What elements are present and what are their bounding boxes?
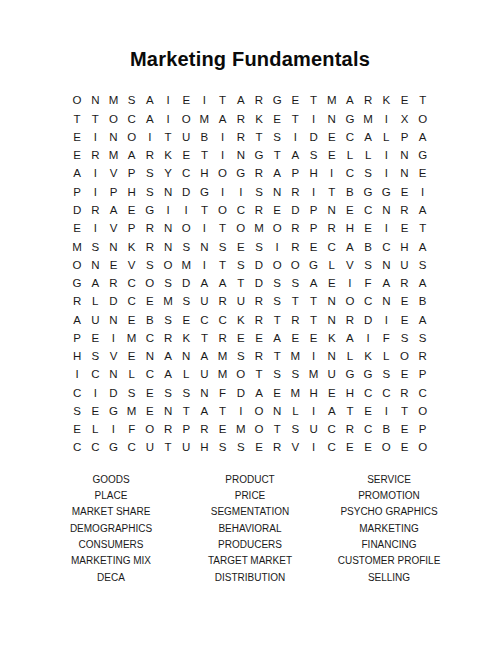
grid-cell-r9c5: R bbox=[141, 238, 159, 256]
grid-cell-r9c14: E bbox=[304, 238, 322, 256]
grid-cell-r4c12: T bbox=[268, 147, 286, 165]
grid-cell-r13c14: T bbox=[304, 311, 322, 329]
grid-cell-r2c8: M bbox=[195, 110, 213, 128]
grid-cell-r20c17: E bbox=[359, 439, 377, 457]
grid-cell-r20c18: O bbox=[377, 439, 395, 457]
grid-cell-r15c10: S bbox=[232, 348, 250, 366]
grid-cell-r1c11: R bbox=[250, 92, 268, 110]
grid-cell-r10c6: O bbox=[159, 256, 177, 274]
grid-cell-r8c15: R bbox=[323, 220, 341, 238]
grid-cell-r8c5: R bbox=[141, 220, 159, 238]
grid-cell-r6c19: E bbox=[395, 183, 413, 201]
grid-cell-r12c7: S bbox=[177, 293, 195, 311]
grid-cell-r1c2: N bbox=[86, 92, 104, 110]
grid-cell-r6c7: D bbox=[177, 183, 195, 201]
grid-cell-r3c8: B bbox=[195, 129, 213, 147]
grid-cell-r3c13: I bbox=[286, 129, 304, 147]
grid-cell-r10c5: S bbox=[141, 256, 159, 274]
grid-cell-r11c1: G bbox=[68, 275, 86, 293]
grid-cell-r9c8: N bbox=[195, 238, 213, 256]
grid-cell-r4c7: E bbox=[177, 147, 195, 165]
grid-cell-r2c2: T bbox=[86, 110, 104, 128]
grid-cell-r7c8: T bbox=[195, 202, 213, 220]
grid-cell-r4c4: A bbox=[123, 147, 141, 165]
grid-cell-r11c12: S bbox=[268, 275, 286, 293]
grid-cell-r12c13: T bbox=[286, 293, 304, 311]
grid-cell-r17c13: M bbox=[286, 384, 304, 402]
grid-cell-r18c13: L bbox=[286, 403, 304, 421]
grid-cell-r19c12: T bbox=[268, 421, 286, 439]
grid-cell-r6c6: N bbox=[159, 183, 177, 201]
grid-cell-r14c17: I bbox=[359, 329, 377, 347]
grid-cell-r12c16: O bbox=[341, 293, 359, 311]
word-item: DECA bbox=[42, 570, 181, 586]
grid-cell-r5c11: R bbox=[250, 165, 268, 183]
grid-cell-r15c6: A bbox=[159, 348, 177, 366]
grid-cell-r17c17: C bbox=[359, 384, 377, 402]
grid-cell-r17c5: E bbox=[141, 384, 159, 402]
grid-cell-r5c2: I bbox=[86, 165, 104, 183]
grid-cell-r4c11: G bbox=[250, 147, 268, 165]
grid-cell-r1c14: T bbox=[304, 92, 322, 110]
grid-cell-r2c13: T bbox=[286, 110, 304, 128]
grid-cell-r6c3: P bbox=[104, 183, 122, 201]
grid-cell-r6c5: S bbox=[141, 183, 159, 201]
grid-cell-r3c4: O bbox=[123, 129, 141, 147]
grid-cell-r4c8: T bbox=[195, 147, 213, 165]
grid-cell-r11c18: A bbox=[377, 275, 395, 293]
grid-cell-r12c4: C bbox=[123, 293, 141, 311]
grid-cell-r5c9: O bbox=[214, 165, 232, 183]
grid-cell-r20c4: C bbox=[123, 439, 141, 457]
grid-cell-r11c11: D bbox=[250, 275, 268, 293]
word-list: GOODSPLACEMARKET SHAREDEMOGRAPHICSCONSUM… bbox=[0, 471, 500, 586]
word-item: MARKET SHARE bbox=[42, 504, 181, 520]
grid-cell-r20c10: S bbox=[232, 439, 250, 457]
grid-cell-r7c12: E bbox=[268, 202, 286, 220]
grid-cell-r1c15: M bbox=[323, 92, 341, 110]
grid-cell-r3c19: P bbox=[395, 129, 413, 147]
grid-cell-r8c9: T bbox=[214, 220, 232, 238]
grid-cell-r6c12: N bbox=[268, 183, 286, 201]
grid-cell-r8c8: I bbox=[195, 220, 213, 238]
grid-cell-r6c8: G bbox=[195, 183, 213, 201]
grid-cell-r11c7: D bbox=[177, 275, 195, 293]
grid-cell-r3c15: E bbox=[323, 129, 341, 147]
grid-cell-r4c6: K bbox=[159, 147, 177, 165]
grid-cell-r15c15: N bbox=[323, 348, 341, 366]
grid-cell-r3c17: A bbox=[359, 129, 377, 147]
grid-cell-r7c6: I bbox=[159, 202, 177, 220]
grid-cell-r20c20: O bbox=[414, 439, 432, 457]
grid-cell-r2c12: E bbox=[268, 110, 286, 128]
grid-cell-r14c2: E bbox=[86, 329, 104, 347]
grid-cell-r8c6: N bbox=[159, 220, 177, 238]
grid-cell-r19c6: R bbox=[159, 421, 177, 439]
grid-cell-r16c13: S bbox=[286, 366, 304, 384]
grid-cell-r1c18: K bbox=[377, 92, 395, 110]
grid-cell-r15c7: N bbox=[177, 348, 195, 366]
grid-cell-r15c14: I bbox=[304, 348, 322, 366]
grid-cell-r7c20: A bbox=[414, 202, 432, 220]
grid-cell-r7c3: A bbox=[104, 202, 122, 220]
grid-cell-r17c4: S bbox=[123, 384, 141, 402]
grid-cell-r11c14: A bbox=[304, 275, 322, 293]
grid-cell-r1c17: R bbox=[359, 92, 377, 110]
grid-cell-r14c4: M bbox=[123, 329, 141, 347]
grid-cell-r2c11: K bbox=[250, 110, 268, 128]
grid-cell-r11c9: A bbox=[214, 275, 232, 293]
grid-cell-r9c13: R bbox=[286, 238, 304, 256]
grid-cell-r18c20: O bbox=[414, 403, 432, 421]
grid-cell-r14c14: E bbox=[304, 329, 322, 347]
grid-cell-r17c19: R bbox=[395, 384, 413, 402]
grid-cell-r13c7: E bbox=[177, 311, 195, 329]
grid-cell-r12c2: L bbox=[86, 293, 104, 311]
grid-cell-r5c3: V bbox=[104, 165, 122, 183]
grid-cell-r9c12: I bbox=[268, 238, 286, 256]
grid-cell-r12c15: N bbox=[323, 293, 341, 311]
grid-cell-r15c17: K bbox=[359, 348, 377, 366]
grid-cell-r9c9: S bbox=[214, 238, 232, 256]
grid-cell-r5c1: A bbox=[68, 165, 86, 183]
grid-cell-r2c9: A bbox=[214, 110, 232, 128]
grid-cell-r5c14: H bbox=[304, 165, 322, 183]
grid-cell-r16c7: L bbox=[177, 366, 195, 384]
grid-cell-r7c14: P bbox=[304, 202, 322, 220]
grid-cell-r3c12: S bbox=[268, 129, 286, 147]
grid-cell-r9c15: C bbox=[323, 238, 341, 256]
grid-cell-r2c20: O bbox=[414, 110, 432, 128]
grid-cell-r16c3: N bbox=[104, 366, 122, 384]
grid-cell-r4c10: N bbox=[232, 147, 250, 165]
grid-cell-r12c14: T bbox=[304, 293, 322, 311]
grid-cell-r19c15: C bbox=[323, 421, 341, 439]
word-item: BEHAVIORAL bbox=[181, 520, 320, 536]
grid-cell-r7c1: D bbox=[68, 202, 86, 220]
grid-cell-r5c16: C bbox=[341, 165, 359, 183]
grid-cell-r9c7: S bbox=[177, 238, 195, 256]
grid-cell-r5c10: G bbox=[232, 165, 250, 183]
grid-cell-r6c14: I bbox=[304, 183, 322, 201]
grid-cell-r19c10: M bbox=[232, 421, 250, 439]
grid-cell-r18c19: T bbox=[395, 403, 413, 421]
grid-cell-r5c15: I bbox=[323, 165, 341, 183]
grid-cell-r6c11: S bbox=[250, 183, 268, 201]
grid-cell-r6c1: P bbox=[68, 183, 86, 201]
grid-cell-r2c18: I bbox=[377, 110, 395, 128]
grid-cell-r3c10: R bbox=[232, 129, 250, 147]
grid-cell-r16c20: P bbox=[414, 366, 432, 384]
word-item: PROMOTION bbox=[320, 488, 459, 504]
grid-cell-r6c16: B bbox=[341, 183, 359, 201]
grid-cell-r19c5: O bbox=[141, 421, 159, 439]
grid-cell-r9c1: M bbox=[68, 238, 86, 256]
grid-cell-r3c11: T bbox=[250, 129, 268, 147]
grid-cell-r10c7: M bbox=[177, 256, 195, 274]
grid-cell-r14c11: E bbox=[250, 329, 268, 347]
grid-cell-r2c19: X bbox=[395, 110, 413, 128]
grid-cell-r4c14: S bbox=[304, 147, 322, 165]
grid-cell-r18c5: E bbox=[141, 403, 159, 421]
grid-cell-r16c1: I bbox=[68, 366, 86, 384]
grid-cell-r6c18: G bbox=[377, 183, 395, 201]
grid-cell-r18c2: E bbox=[86, 403, 104, 421]
grid-cell-r18c9: T bbox=[214, 403, 232, 421]
grid-cell-r9c18: C bbox=[377, 238, 395, 256]
grid-cell-r19c20: P bbox=[414, 421, 432, 439]
grid-cell-r16c9: M bbox=[214, 366, 232, 384]
grid-cell-r13c15: N bbox=[323, 311, 341, 329]
grid-cell-r2c15: N bbox=[323, 110, 341, 128]
grid-cell-r5c12: A bbox=[268, 165, 286, 183]
grid-cell-r16c15: U bbox=[323, 366, 341, 384]
grid-cell-r3c7: U bbox=[177, 129, 195, 147]
grid-cell-r9c4: K bbox=[123, 238, 141, 256]
grid-cell-r12c9: R bbox=[214, 293, 232, 311]
grid-cell-r8c13: R bbox=[286, 220, 304, 238]
grid-cell-r8c14: P bbox=[304, 220, 322, 238]
grid-cell-r19c2: L bbox=[86, 421, 104, 439]
word-item: PLACE bbox=[42, 488, 181, 504]
grid-cell-r19c8: R bbox=[195, 421, 213, 439]
grid-cell-r4c20: G bbox=[414, 147, 432, 165]
grid-cell-r17c20: C bbox=[414, 384, 432, 402]
grid-cell-r10c8: I bbox=[195, 256, 213, 274]
grid-cell-r6c13: R bbox=[286, 183, 304, 201]
grid-cell-r19c11: O bbox=[250, 421, 268, 439]
grid-cell-r17c10: D bbox=[232, 384, 250, 402]
grid-cell-r4c9: I bbox=[214, 147, 232, 165]
grid-cell-r13c11: R bbox=[250, 311, 268, 329]
grid-cell-r18c7: T bbox=[177, 403, 195, 421]
grid-cell-r17c11: A bbox=[250, 384, 268, 402]
grid-cell-r3c9: I bbox=[214, 129, 232, 147]
grid-cell-r15c12: T bbox=[268, 348, 286, 366]
grid-cell-r6c2: I bbox=[86, 183, 104, 201]
grid-cell-r11c16: I bbox=[341, 275, 359, 293]
word-item: SEGMENTATION bbox=[181, 504, 320, 520]
grid-cell-r6c4: H bbox=[123, 183, 141, 201]
grid-cell-r10c17: S bbox=[359, 256, 377, 274]
grid-cell-r1c7: E bbox=[177, 92, 195, 110]
grid-cell-r18c11: O bbox=[250, 403, 268, 421]
grid-cell-r20c16: E bbox=[341, 439, 359, 457]
grid-cell-r20c11: E bbox=[250, 439, 268, 457]
grid-cell-r5c7: C bbox=[177, 165, 195, 183]
grid-cell-r11c15: E bbox=[323, 275, 341, 293]
grid-cell-r19c13: S bbox=[286, 421, 304, 439]
grid-cell-r2c10: R bbox=[232, 110, 250, 128]
grid-cell-r3c14: D bbox=[304, 129, 322, 147]
grid-cell-r8c1: E bbox=[68, 220, 86, 238]
grid-cell-r3c6: T bbox=[159, 129, 177, 147]
grid-cell-r16c5: C bbox=[141, 366, 159, 384]
grid-cell-r2c16: G bbox=[341, 110, 359, 128]
grid-cell-r15c5: N bbox=[141, 348, 159, 366]
grid-cell-r19c19: E bbox=[395, 421, 413, 439]
grid-cell-r2c6: I bbox=[159, 110, 177, 128]
grid-cell-r18c12: N bbox=[268, 403, 286, 421]
grid-cell-r9c19: H bbox=[395, 238, 413, 256]
grid-cell-r20c12: R bbox=[268, 439, 286, 457]
grid-cell-r15c18: L bbox=[377, 348, 395, 366]
grid-cell-r19c14: U bbox=[304, 421, 322, 439]
grid-cell-r4c18: I bbox=[377, 147, 395, 165]
grid-cell-r15c4: E bbox=[123, 348, 141, 366]
grid-cell-r3c2: I bbox=[86, 129, 104, 147]
grid-cell-r12c18: N bbox=[377, 293, 395, 311]
grid-cell-r3c16: C bbox=[341, 129, 359, 147]
grid-cell-r12c8: U bbox=[195, 293, 213, 311]
grid-cell-r5c4: P bbox=[123, 165, 141, 183]
grid-cell-r8c19: E bbox=[395, 220, 413, 238]
grid-cell-r9c3: N bbox=[104, 238, 122, 256]
grid-cell-r5c20: E bbox=[414, 165, 432, 183]
grid-cell-r20c8: H bbox=[195, 439, 213, 457]
grid-cell-r20c7: U bbox=[177, 439, 195, 457]
grid-cell-r19c9: E bbox=[214, 421, 232, 439]
grid-cell-r15c9: M bbox=[214, 348, 232, 366]
grid-cell-r10c19: U bbox=[395, 256, 413, 274]
grid-cell-r17c1: C bbox=[68, 384, 86, 402]
grid-cell-r11c6: S bbox=[159, 275, 177, 293]
grid-cell-r12c3: D bbox=[104, 293, 122, 311]
grid-cell-r11c17: F bbox=[359, 275, 377, 293]
grid-cell-r7c17: C bbox=[359, 202, 377, 220]
grid-cell-r18c10: I bbox=[232, 403, 250, 421]
grid-cell-r19c16: R bbox=[341, 421, 359, 439]
grid-cell-r13c2: U bbox=[86, 311, 104, 329]
grid-cell-r14c16: A bbox=[341, 329, 359, 347]
grid-cell-r16c18: S bbox=[377, 366, 395, 384]
grid-cell-r10c3: E bbox=[104, 256, 122, 274]
grid-cell-r14c19: S bbox=[395, 329, 413, 347]
grid-cell-r17c14: H bbox=[304, 384, 322, 402]
grid-cell-r13c19: E bbox=[395, 311, 413, 329]
word-item: PRODUCERS bbox=[181, 537, 320, 553]
grid-cell-r20c15: C bbox=[323, 439, 341, 457]
grid-cell-r18c8: A bbox=[195, 403, 213, 421]
grid-cell-r20c9: S bbox=[214, 439, 232, 457]
grid-cell-r17c18: C bbox=[377, 384, 395, 402]
word-item: PRICE bbox=[181, 488, 320, 504]
grid-cell-r11c3: R bbox=[104, 275, 122, 293]
grid-cell-r8c11: M bbox=[250, 220, 268, 238]
grid-cell-r11c19: R bbox=[395, 275, 413, 293]
grid-cell-r19c17: C bbox=[359, 421, 377, 439]
grid-cell-r19c18: B bbox=[377, 421, 395, 439]
grid-cell-r3c20: A bbox=[414, 129, 432, 147]
grid-cell-r10c12: O bbox=[268, 256, 286, 274]
grid-cell-r1c3: M bbox=[104, 92, 122, 110]
grid-cell-r10c15: L bbox=[323, 256, 341, 274]
grid-cell-r9c17: B bbox=[359, 238, 377, 256]
grid-cell-r15c20: R bbox=[414, 348, 432, 366]
grid-cell-r14c9: R bbox=[214, 329, 232, 347]
word-item: PRODUCT bbox=[181, 471, 320, 487]
grid-cell-r7c7: I bbox=[177, 202, 195, 220]
grid-cell-r9c2: S bbox=[86, 238, 104, 256]
grid-cell-r20c19: E bbox=[395, 439, 413, 457]
grid-cell-r16c14: M bbox=[304, 366, 322, 384]
grid-cell-r12c10: U bbox=[232, 293, 250, 311]
grid-cell-r9c10: E bbox=[232, 238, 250, 256]
grid-cell-r5c5: S bbox=[141, 165, 159, 183]
grid-cell-r2c4: C bbox=[123, 110, 141, 128]
word-item: FINANCING bbox=[320, 537, 459, 553]
grid-cell-r2c14: I bbox=[304, 110, 322, 128]
worksheet-page: Marketing Fundamentals ONMSAIEITARGETMAR… bbox=[0, 0, 500, 647]
grid-cell-r1c6: I bbox=[159, 92, 177, 110]
grid-cell-r2c7: O bbox=[177, 110, 195, 128]
grid-cell-r18c18: I bbox=[377, 403, 395, 421]
grid-cell-r12c1: R bbox=[68, 293, 86, 311]
grid-cell-r1c10: A bbox=[232, 92, 250, 110]
grid-cell-r16c6: A bbox=[159, 366, 177, 384]
grid-cell-r19c1: E bbox=[68, 421, 86, 439]
grid-cell-r10c18: N bbox=[377, 256, 395, 274]
grid-cell-r14c5: C bbox=[141, 329, 159, 347]
grid-cell-r2c1: T bbox=[68, 110, 86, 128]
grid-cell-r8c17: E bbox=[359, 220, 377, 238]
grid-cell-r4c3: M bbox=[104, 147, 122, 165]
grid-cell-r19c3: I bbox=[104, 421, 122, 439]
grid-cell-r13c18: I bbox=[377, 311, 395, 329]
grid-cell-r14c6: R bbox=[159, 329, 177, 347]
grid-cell-r10c9: T bbox=[214, 256, 232, 274]
grid-cell-r14c15: K bbox=[323, 329, 341, 347]
grid-cell-r1c12: G bbox=[268, 92, 286, 110]
grid-cell-r17c12: E bbox=[268, 384, 286, 402]
grid-cell-r3c5: I bbox=[141, 129, 159, 147]
grid-cell-r12c17: C bbox=[359, 293, 377, 311]
grid-cell-r1c20: T bbox=[414, 92, 432, 110]
grid-cell-r13c9: C bbox=[214, 311, 232, 329]
grid-cell-r7c5: G bbox=[141, 202, 159, 220]
grid-cell-r20c13: V bbox=[286, 439, 304, 457]
grid-cell-r16c11: T bbox=[250, 366, 268, 384]
grid-cell-r20c3: G bbox=[104, 439, 122, 457]
grid-cell-r11c2: A bbox=[86, 275, 104, 293]
grid-cell-r4c16: L bbox=[341, 147, 359, 165]
grid-cell-r19c4: F bbox=[123, 421, 141, 439]
grid-cell-r4c15: E bbox=[323, 147, 341, 165]
word-item: CONSUMERS bbox=[42, 537, 181, 553]
grid-cell-r18c1: S bbox=[68, 403, 86, 421]
grid-cell-r11c8: A bbox=[195, 275, 213, 293]
grid-cell-r20c1: C bbox=[68, 439, 86, 457]
grid-cell-r16c10: O bbox=[232, 366, 250, 384]
grid-cell-r18c3: G bbox=[104, 403, 122, 421]
grid-cell-r3c18: L bbox=[377, 129, 395, 147]
grid-cell-r13c17: D bbox=[359, 311, 377, 329]
grid-cell-r8c12: O bbox=[268, 220, 286, 238]
grid-cell-r8c10: O bbox=[232, 220, 250, 238]
grid-cell-r13c20: A bbox=[414, 311, 432, 329]
grid-cell-r18c16: T bbox=[341, 403, 359, 421]
grid-cell-r15c13: M bbox=[286, 348, 304, 366]
word-item: TARGET MARKET bbox=[181, 553, 320, 569]
grid-cell-r1c9: T bbox=[214, 92, 232, 110]
grid-cell-r17c3: D bbox=[104, 384, 122, 402]
word-item: MARKETING bbox=[320, 520, 459, 536]
grid-cell-r14c7: K bbox=[177, 329, 195, 347]
grid-cell-r14c3: I bbox=[104, 329, 122, 347]
grid-cell-r8c2: I bbox=[86, 220, 104, 238]
grid-cell-r17c7: S bbox=[177, 384, 195, 402]
grid-cell-r1c16: A bbox=[341, 92, 359, 110]
